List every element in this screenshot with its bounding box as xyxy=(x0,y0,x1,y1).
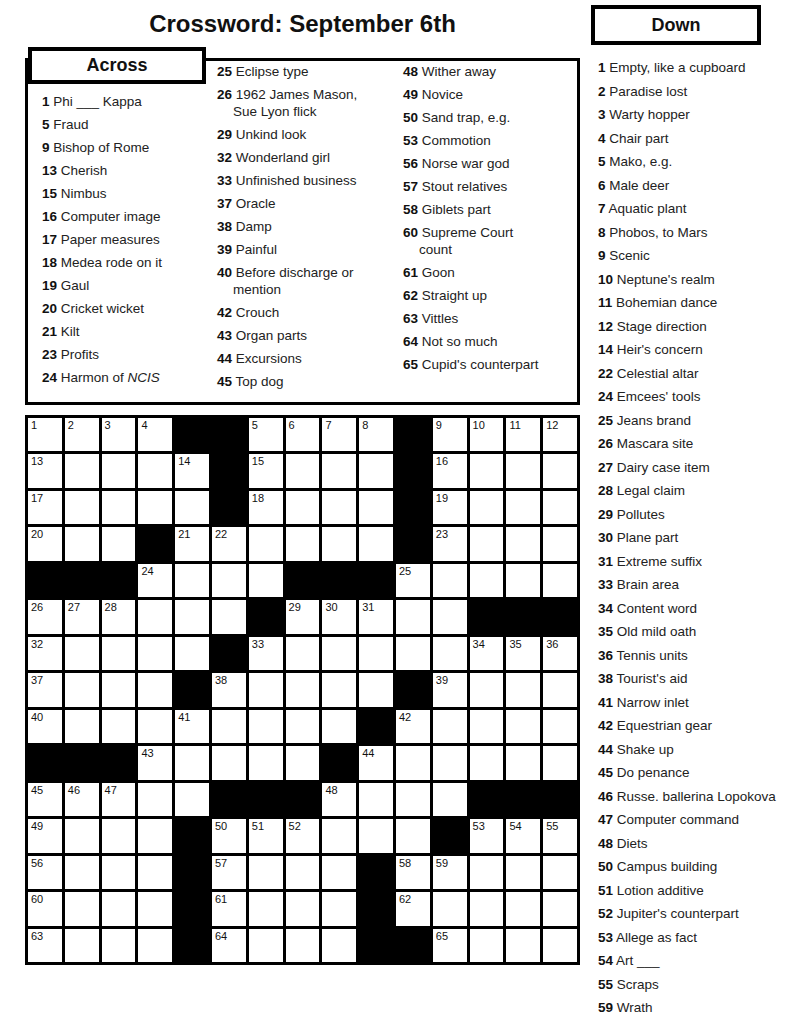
across-clue-number: 39 xyxy=(217,242,232,257)
cell-r12c1[interactable]: 49 xyxy=(28,819,62,852)
cell-number-34: 34 xyxy=(473,638,485,650)
down-clue-number: 4 xyxy=(598,131,606,146)
across-clue-43: 43 Organ parts xyxy=(217,327,402,344)
cell-r10c6[interactable] xyxy=(212,746,246,779)
cell-r5c14[interactable] xyxy=(506,564,540,597)
cell-r13c14[interactable] xyxy=(506,856,540,889)
cell-r2c9[interactable] xyxy=(322,454,356,487)
down-clue-55: 55 Scraps xyxy=(598,973,790,997)
across-clue-number: 37 xyxy=(217,196,232,211)
cell-r4c6[interactable]: 22 xyxy=(212,527,246,560)
across-clue-53: 53 Commotion xyxy=(403,132,580,149)
cell-r14c12[interactable] xyxy=(433,892,467,925)
cell-r15c1[interactable]: 63 xyxy=(28,929,62,962)
cell-r7c8[interactable] xyxy=(286,637,320,670)
across-clue-33: 33 Unfinished business xyxy=(217,172,402,189)
cell-number-55: 55 xyxy=(546,820,558,832)
cell-r2c5[interactable]: 14 xyxy=(175,454,209,487)
down-clue-number: 53 xyxy=(598,930,613,945)
across-clues-column-2: 25 Eclipse type26 1962 James Mason, Sue … xyxy=(217,63,402,396)
cell-r4c9[interactable] xyxy=(322,527,356,560)
cell-r4c1[interactable]: 20 xyxy=(28,527,62,560)
cell-r6c4[interactable] xyxy=(138,600,172,633)
black-cell-r15c5 xyxy=(175,929,209,962)
across-clue-9: 9 Bishop of Rome xyxy=(42,139,220,156)
cell-r7c3[interactable] xyxy=(102,637,136,670)
cell-r12c9[interactable] xyxy=(322,819,356,852)
black-cell-r15c11 xyxy=(396,929,430,962)
cell-r8c9[interactable] xyxy=(322,673,356,706)
cell-r1c7[interactable]: 5 xyxy=(249,418,283,451)
across-clue-number: 56 xyxy=(403,156,418,171)
cell-r3c4[interactable] xyxy=(138,491,172,524)
cell-r10c13[interactable] xyxy=(470,746,504,779)
cell-r2c13[interactable] xyxy=(470,454,504,487)
down-clue-3: 3 Warty hopper xyxy=(598,103,790,127)
cell-r11c10[interactable] xyxy=(359,783,393,816)
cell-r14c4[interactable] xyxy=(138,892,172,925)
cell-r3c13[interactable] xyxy=(470,491,504,524)
across-clue-number: 32 xyxy=(217,150,232,165)
down-clue-number: 1 xyxy=(598,60,606,75)
black-cell-r12c12 xyxy=(433,819,467,852)
cell-r7c14[interactable]: 35 xyxy=(506,637,540,670)
cell-r10c14[interactable] xyxy=(506,746,540,779)
cell-r12c14[interactable]: 54 xyxy=(506,819,540,852)
down-clue-26: 26 Mascara site xyxy=(598,432,790,456)
cell-r1c9[interactable]: 7 xyxy=(322,418,356,451)
cell-r9c3[interactable] xyxy=(102,710,136,743)
across-clue-29: 29 Unkind look xyxy=(217,126,402,143)
cell-r7c13[interactable]: 34 xyxy=(470,637,504,670)
down-header-label: Down xyxy=(652,15,701,36)
across-clue-number: 49 xyxy=(403,87,418,102)
across-clue-number: 29 xyxy=(217,127,232,142)
down-clue-54: 54 Art ___ xyxy=(598,949,790,973)
cell-number-15: 15 xyxy=(252,455,264,467)
across-clues-column-1: 1 Phi ___ Kappa5 Fraud9 Bishop of Rome13… xyxy=(42,93,220,392)
cell-r1c15[interactable]: 12 xyxy=(543,418,577,451)
cell-r8c15[interactable] xyxy=(543,673,577,706)
cell-number-11: 11 xyxy=(509,419,520,431)
cell-r5c11[interactable]: 25 xyxy=(396,564,430,597)
black-cell-r5c9 xyxy=(322,564,356,597)
cell-r13c7[interactable] xyxy=(249,856,283,889)
cell-r2c2[interactable] xyxy=(65,454,99,487)
cell-r1c4[interactable]: 4 xyxy=(138,418,172,451)
black-cell-r11c15 xyxy=(543,783,577,816)
across-clues-column-3: 48 Wither away49 Novice50 Sand trap, e.g… xyxy=(403,63,580,379)
cell-r15c4[interactable] xyxy=(138,929,172,962)
down-clue-28: 28 Legal claim xyxy=(598,479,790,503)
cell-r13c9[interactable] xyxy=(322,856,356,889)
down-clue-number: 34 xyxy=(598,601,613,616)
cell-r2c8[interactable] xyxy=(286,454,320,487)
cell-r9c11[interactable]: 42 xyxy=(396,710,430,743)
cell-r12c6[interactable]: 50 xyxy=(212,819,246,852)
cell-r10c12[interactable] xyxy=(433,746,467,779)
across-clue-number: 64 xyxy=(403,334,418,349)
cell-r5c4[interactable]: 24 xyxy=(138,564,172,597)
cell-r15c8[interactable] xyxy=(286,929,320,962)
cell-r7c1[interactable]: 32 xyxy=(28,637,62,670)
cell-r8c1[interactable]: 37 xyxy=(28,673,62,706)
cell-r7c15[interactable]: 36 xyxy=(543,637,577,670)
black-cell-r11c14 xyxy=(506,783,540,816)
cell-r13c6[interactable]: 57 xyxy=(212,856,246,889)
down-clue-41: 41 Narrow inlet xyxy=(598,691,790,715)
cell-r14c14[interactable] xyxy=(506,892,540,925)
cell-r9c15[interactable] xyxy=(543,710,577,743)
cell-r3c1[interactable]: 17 xyxy=(28,491,62,524)
cell-r14c8[interactable] xyxy=(286,892,320,925)
cell-r6c3[interactable]: 28 xyxy=(102,600,136,633)
cell-number-36: 36 xyxy=(546,638,558,650)
cell-r1c2[interactable]: 2 xyxy=(65,418,99,451)
cell-r11c2[interactable]: 46 xyxy=(65,783,99,816)
cell-r2c15[interactable] xyxy=(543,454,577,487)
cell-r6c5[interactable] xyxy=(175,600,209,633)
cell-r10c7[interactable] xyxy=(249,746,283,779)
cell-r8c7[interactable] xyxy=(249,673,283,706)
cell-r14c7[interactable] xyxy=(249,892,283,925)
cell-r13c13[interactable] xyxy=(470,856,504,889)
cell-r7c4[interactable] xyxy=(138,637,172,670)
across-clue-65: 65 Cupid's counterpart xyxy=(403,356,580,373)
cell-r1c13[interactable]: 10 xyxy=(470,418,504,451)
cell-number-1: 1 xyxy=(31,419,37,431)
cell-r8c6[interactable]: 38 xyxy=(212,673,246,706)
cell-r12c4[interactable] xyxy=(138,819,172,852)
cell-r8c10[interactable] xyxy=(359,673,393,706)
across-clue-20: 20 Cricket wicket xyxy=(42,300,220,317)
across-header-label: Across xyxy=(86,55,147,76)
cell-r5c6[interactable] xyxy=(212,564,246,597)
across-clue-number: 18 xyxy=(42,255,57,270)
cell-number-59: 59 xyxy=(436,857,448,869)
cell-r3c8[interactable] xyxy=(286,491,320,524)
cell-r9c14[interactable] xyxy=(506,710,540,743)
cell-r7c5[interactable] xyxy=(175,637,209,670)
cell-r7c2[interactable] xyxy=(65,637,99,670)
cell-r2c7[interactable]: 15 xyxy=(249,454,283,487)
cell-r15c13[interactable] xyxy=(470,929,504,962)
black-cell-r1c5 xyxy=(175,418,209,451)
cell-number-53: 53 xyxy=(473,820,485,832)
cell-r3c3[interactable] xyxy=(102,491,136,524)
cell-r9c5[interactable]: 41 xyxy=(175,710,209,743)
cell-r3c10[interactable] xyxy=(359,491,393,524)
cell-r10c10[interactable]: 44 xyxy=(359,746,393,779)
page-title: Crossword: September 6th xyxy=(25,10,580,38)
cell-r4c13[interactable] xyxy=(470,527,504,560)
cell-r6c6[interactable] xyxy=(212,600,246,633)
black-cell-r8c5 xyxy=(175,673,209,706)
cell-r7c7[interactable]: 33 xyxy=(249,637,283,670)
cell-number-33: 33 xyxy=(252,638,264,650)
cell-r4c14[interactable] xyxy=(506,527,540,560)
across-clue-25: 25 Eclipse type xyxy=(217,63,402,80)
cell-r8c3[interactable] xyxy=(102,673,136,706)
cell-r10c15[interactable] xyxy=(543,746,577,779)
down-clue-29: 29 Pollutes xyxy=(598,503,790,527)
cell-r4c7[interactable] xyxy=(249,527,283,560)
cell-r12c13[interactable]: 53 xyxy=(470,819,504,852)
down-clue-46: 46 Russe. ballerina Lopokova xyxy=(598,785,790,809)
cell-r2c14[interactable] xyxy=(506,454,540,487)
cell-r4c5[interactable]: 21 xyxy=(175,527,209,560)
across-clue-number: 53 xyxy=(403,133,418,148)
cell-r1c3[interactable]: 3 xyxy=(102,418,136,451)
cell-r14c3[interactable] xyxy=(102,892,136,925)
cell-r11c5[interactable] xyxy=(175,783,209,816)
down-clue-number: 5 xyxy=(598,154,606,169)
down-clue-11: 11 Bohemian dance xyxy=(598,291,790,315)
cell-r12c11[interactable] xyxy=(396,819,430,852)
cell-r1c14[interactable]: 11 xyxy=(506,418,540,451)
black-cell-r5c3 xyxy=(102,564,136,597)
across-clue-number: 5 xyxy=(42,117,50,132)
down-clue-number: 14 xyxy=(598,342,613,357)
cell-r2c4[interactable] xyxy=(138,454,172,487)
cell-r9c4[interactable] xyxy=(138,710,172,743)
cell-r2c10[interactable] xyxy=(359,454,393,487)
cell-r5c5[interactable] xyxy=(175,564,209,597)
cell-r10c8[interactable] xyxy=(286,746,320,779)
cell-r5c12[interactable] xyxy=(433,564,467,597)
cell-r14c1[interactable]: 60 xyxy=(28,892,62,925)
cell-r5c7[interactable] xyxy=(249,564,283,597)
down-clue-52: 52 Jupiter's counterpart xyxy=(598,902,790,926)
down-clue-59: 59 Wrath xyxy=(598,996,790,1020)
cell-number-49: 49 xyxy=(31,820,43,832)
down-clue-number: 46 xyxy=(598,789,613,804)
cell-r15c15[interactable] xyxy=(543,929,577,962)
down-clue-number: 26 xyxy=(598,436,613,451)
across-clue-21: 21 Kilt xyxy=(42,323,220,340)
across-clue-number: 19 xyxy=(42,278,57,293)
cell-r6c9[interactable]: 30 xyxy=(322,600,356,633)
cell-r3c12[interactable]: 19 xyxy=(433,491,467,524)
cell-r13c3[interactable] xyxy=(102,856,136,889)
cell-r14c11[interactable]: 62 xyxy=(396,892,430,925)
cell-r12c8[interactable]: 52 xyxy=(286,819,320,852)
cell-r15c3[interactable] xyxy=(102,929,136,962)
black-cell-r9c10 xyxy=(359,710,393,743)
cell-r15c7[interactable] xyxy=(249,929,283,962)
cell-r3c15[interactable] xyxy=(543,491,577,524)
cell-r14c9[interactable] xyxy=(322,892,356,925)
cell-r9c9[interactable] xyxy=(322,710,356,743)
cell-r14c6[interactable]: 61 xyxy=(212,892,246,925)
cell-number-7: 7 xyxy=(325,419,331,431)
cell-r14c13[interactable] xyxy=(470,892,504,925)
cell-r13c2[interactable] xyxy=(65,856,99,889)
cell-r13c1[interactable]: 56 xyxy=(28,856,62,889)
down-clue-42: 42 Equestrian gear xyxy=(598,714,790,738)
across-clue-number: 43 xyxy=(217,328,232,343)
black-cell-r5c10 xyxy=(359,564,393,597)
down-clue-8: 8 Phobos, to Mars xyxy=(598,221,790,245)
down-clue-number: 52 xyxy=(598,906,613,921)
cell-r9c1[interactable]: 40 xyxy=(28,710,62,743)
cell-r2c1[interactable]: 13 xyxy=(28,454,62,487)
cell-r10c5[interactable] xyxy=(175,746,209,779)
cell-r4c10[interactable] xyxy=(359,527,393,560)
cell-r2c3[interactable] xyxy=(102,454,136,487)
cell-r15c6[interactable]: 64 xyxy=(212,929,246,962)
cell-number-30: 30 xyxy=(325,601,337,613)
cell-number-20: 20 xyxy=(31,528,43,540)
cell-r7c9[interactable] xyxy=(322,637,356,670)
cell-r11c12[interactable] xyxy=(433,783,467,816)
cell-r6c11[interactable] xyxy=(396,600,430,633)
across-clue-number: 17 xyxy=(42,232,57,247)
down-clue-25: 25 Jeans brand xyxy=(598,409,790,433)
cell-r4c15[interactable] xyxy=(543,527,577,560)
down-clue-number: 28 xyxy=(598,483,613,498)
across-clue-5: 5 Fraud xyxy=(42,116,220,133)
cell-number-64: 64 xyxy=(215,930,227,942)
cell-r12c15[interactable]: 55 xyxy=(543,819,577,852)
cell-r9c7[interactable] xyxy=(249,710,283,743)
across-clue-number: 20 xyxy=(42,301,57,316)
down-clue-number: 50 xyxy=(598,859,613,874)
down-clue-number: 35 xyxy=(598,624,613,639)
cell-r8c4[interactable] xyxy=(138,673,172,706)
across-clue-number: 16 xyxy=(42,209,57,224)
cell-r13c15[interactable] xyxy=(543,856,577,889)
across-clue-56: 56 Norse war god xyxy=(403,155,580,172)
cell-r11c3[interactable]: 47 xyxy=(102,783,136,816)
cell-r15c2[interactable] xyxy=(65,929,99,962)
cell-r5c13[interactable] xyxy=(470,564,504,597)
cell-r15c14[interactable] xyxy=(506,929,540,962)
black-cell-r5c2 xyxy=(65,564,99,597)
cell-r7c12[interactable] xyxy=(433,637,467,670)
down-clue-50: 50 Campus building xyxy=(598,855,790,879)
down-clue-number: 48 xyxy=(598,836,613,851)
cell-r7c11[interactable] xyxy=(396,637,430,670)
cell-r14c2[interactable] xyxy=(65,892,99,925)
cell-number-19: 19 xyxy=(436,492,448,504)
cell-number-23: 23 xyxy=(436,528,448,540)
black-cell-r13c5 xyxy=(175,856,209,889)
cell-number-22: 22 xyxy=(215,528,227,540)
cell-number-44: 44 xyxy=(362,747,374,759)
cell-r8c2[interactable] xyxy=(65,673,99,706)
down-clue-38: 38 Tourist's aid xyxy=(598,667,790,691)
cell-r5c15[interactable] xyxy=(543,564,577,597)
cell-r6c12[interactable] xyxy=(433,600,467,633)
cell-r11c11[interactable] xyxy=(396,783,430,816)
cell-r10c4[interactable]: 43 xyxy=(138,746,172,779)
cell-r3c7[interactable]: 18 xyxy=(249,491,283,524)
cell-r9c8[interactable] xyxy=(286,710,320,743)
cell-r6c2[interactable]: 27 xyxy=(65,600,99,633)
cell-r3c14[interactable] xyxy=(506,491,540,524)
across-clue-39: 39 Painful xyxy=(217,241,402,258)
cell-number-12: 12 xyxy=(546,419,558,431)
cell-r10c11[interactable] xyxy=(396,746,430,779)
down-clue-22: 22 Celestial altar xyxy=(598,362,790,386)
black-cell-r2c6 xyxy=(212,454,246,487)
cell-r2c12[interactable]: 16 xyxy=(433,454,467,487)
cell-r4c12[interactable]: 23 xyxy=(433,527,467,560)
black-cell-r15c10 xyxy=(359,929,393,962)
cell-r14c15[interactable] xyxy=(543,892,577,925)
cell-r3c9[interactable] xyxy=(322,491,356,524)
cell-r4c2[interactable] xyxy=(65,527,99,560)
cell-r13c8[interactable] xyxy=(286,856,320,889)
cell-r4c3[interactable] xyxy=(102,527,136,560)
cell-r11c9[interactable]: 48 xyxy=(322,783,356,816)
cell-number-35: 35 xyxy=(509,638,521,650)
cell-r3c2[interactable] xyxy=(65,491,99,524)
across-clue-number: 63 xyxy=(403,311,418,326)
cell-r9c6[interactable] xyxy=(212,710,246,743)
cell-number-63: 63 xyxy=(31,930,43,942)
across-clue-number: 25 xyxy=(217,64,232,79)
across-clue-number: 57 xyxy=(403,179,418,194)
cell-r1c12[interactable]: 9 xyxy=(433,418,467,451)
across-clue-number: 44 xyxy=(217,351,232,366)
cell-r11c4[interactable] xyxy=(138,783,172,816)
cell-r13c11[interactable]: 58 xyxy=(396,856,430,889)
cell-r4c8[interactable] xyxy=(286,527,320,560)
cell-r3c5[interactable] xyxy=(175,491,209,524)
across-clue-32: 32 Wonderland girl xyxy=(217,149,402,166)
cell-number-52: 52 xyxy=(289,820,301,832)
cell-number-57: 57 xyxy=(215,857,227,869)
cell-number-61: 61 xyxy=(215,893,227,905)
cell-r9c13[interactable] xyxy=(470,710,504,743)
cell-r11c1[interactable]: 45 xyxy=(28,783,62,816)
black-cell-r3c6 xyxy=(212,491,246,524)
cell-r15c12[interactable]: 65 xyxy=(433,929,467,962)
cell-r8c14[interactable] xyxy=(506,673,540,706)
across-clue-number: 15 xyxy=(42,186,57,201)
cell-r12c10[interactable] xyxy=(359,819,393,852)
down-clue-45: 45 Do penance xyxy=(598,761,790,785)
cell-r9c12[interactable] xyxy=(433,710,467,743)
cell-r8c8[interactable] xyxy=(286,673,320,706)
cell-r6c8[interactable]: 29 xyxy=(286,600,320,633)
cell-r8c13[interactable] xyxy=(470,673,504,706)
down-clue-number: 27 xyxy=(598,460,613,475)
across-clue-42: 42 Crouch xyxy=(217,304,402,321)
cell-r9c2[interactable] xyxy=(65,710,99,743)
cell-r12c2[interactable] xyxy=(65,819,99,852)
cell-r12c3[interactable] xyxy=(102,819,136,852)
cell-r6c10[interactable]: 31 xyxy=(359,600,393,633)
cell-r7c10[interactable] xyxy=(359,637,393,670)
cell-number-31: 31 xyxy=(362,601,374,613)
cell-r13c12[interactable]: 59 xyxy=(433,856,467,889)
cell-r12c7[interactable]: 51 xyxy=(249,819,283,852)
cell-r6c1[interactable]: 26 xyxy=(28,600,62,633)
cell-r1c1[interactable]: 1 xyxy=(28,418,62,451)
across-clue-number: 61 xyxy=(403,265,418,280)
black-cell-r12c5 xyxy=(175,819,209,852)
cell-r1c10[interactable]: 8 xyxy=(359,418,393,451)
cell-r15c9[interactable] xyxy=(322,929,356,962)
cell-r13c4[interactable] xyxy=(138,856,172,889)
cell-r1c8[interactable]: 6 xyxy=(286,418,320,451)
cell-r8c12[interactable]: 39 xyxy=(433,673,467,706)
cell-number-3: 3 xyxy=(105,419,111,431)
black-cell-r4c4 xyxy=(138,527,172,560)
